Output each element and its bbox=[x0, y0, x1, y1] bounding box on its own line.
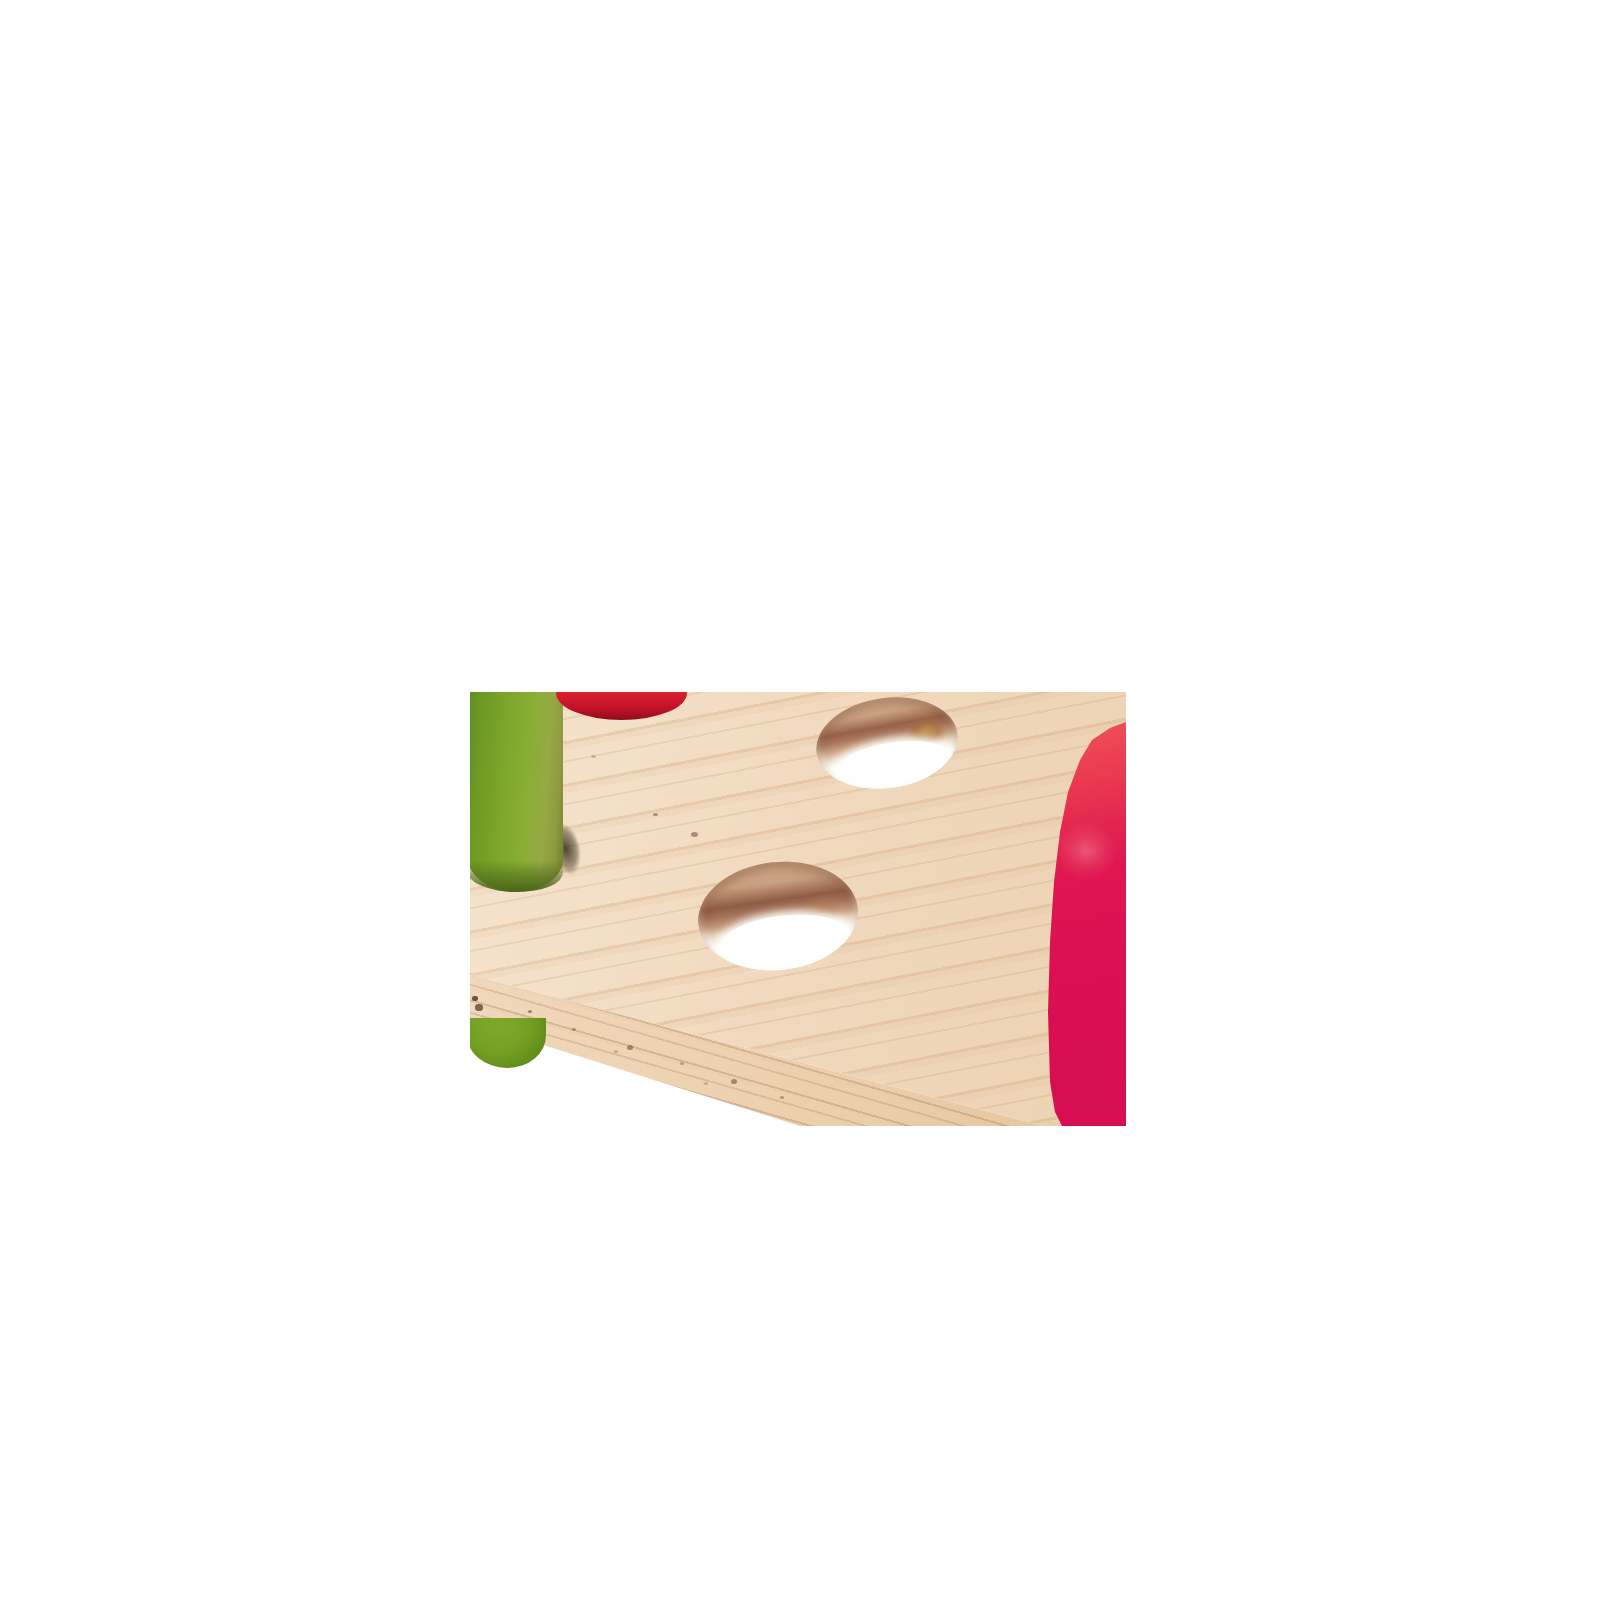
product-photo: Close-up product photo of a children's w… bbox=[470, 692, 1126, 1126]
page-canvas: Close-up product photo of a children's w… bbox=[0, 0, 1600, 1600]
wood-knot-flecks bbox=[528, 1010, 532, 1013]
green-peg bbox=[470, 692, 563, 892]
wood-edge-marks bbox=[472, 996, 478, 1001]
wood-grain-specks bbox=[653, 813, 658, 816]
photo-content bbox=[470, 692, 1126, 1126]
green-peg-tip bbox=[470, 1018, 546, 1068]
